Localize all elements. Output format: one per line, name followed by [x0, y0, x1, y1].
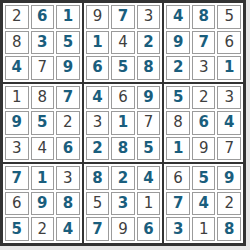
box-7: 713698524: [2, 163, 83, 244]
cell-r1c1[interactable]: 2: [5, 5, 29, 29]
cell-r5c5[interactable]: 1: [111, 111, 135, 135]
cell-r9c1[interactable]: 5: [5, 217, 29, 241]
cell-r2c6[interactable]: 2: [137, 31, 161, 55]
cell-r8c6[interactable]: 1: [137, 192, 161, 216]
cell-r9c6[interactable]: 6: [137, 217, 161, 241]
cell-r3c4[interactable]: 6: [86, 56, 110, 80]
cell-r4c3[interactable]: 7: [56, 86, 80, 110]
cell-r9c3[interactable]: 4: [56, 217, 80, 241]
cell-r9c5[interactable]: 9: [111, 217, 135, 241]
box-4: 187952346: [2, 83, 83, 164]
cell-r2c9[interactable]: 6: [217, 31, 241, 55]
cell-r7c9[interactable]: 9: [217, 166, 241, 190]
cell-r5c4[interactable]: 3: [86, 111, 110, 135]
cell-r3c2[interactable]: 7: [31, 56, 55, 80]
cell-r1c3[interactable]: 1: [56, 5, 80, 29]
cell-r7c5[interactable]: 2: [111, 166, 135, 190]
cell-r1c8[interactable]: 8: [192, 5, 216, 29]
cell-r1c9[interactable]: 5: [217, 5, 241, 29]
cell-r7c1[interactable]: 7: [5, 166, 29, 190]
cell-r4c6[interactable]: 9: [137, 86, 161, 110]
cell-r2c7[interactable]: 9: [166, 31, 190, 55]
cell-r6c2[interactable]: 4: [31, 137, 55, 161]
box-9: 659742318: [163, 163, 244, 244]
cell-r6c4[interactable]: 2: [86, 137, 110, 161]
cell-r7c4[interactable]: 8: [86, 166, 110, 190]
cell-r6c9[interactable]: 7: [217, 137, 241, 161]
cell-r5c2[interactable]: 5: [31, 111, 55, 135]
cell-r9c2[interactable]: 2: [31, 217, 55, 241]
cell-r6c6[interactable]: 5: [137, 137, 161, 161]
cell-r3c6[interactable]: 8: [137, 56, 161, 80]
box-3: 485976231: [163, 2, 244, 83]
cell-r1c6[interactable]: 3: [137, 5, 161, 29]
cell-r3c3[interactable]: 9: [56, 56, 80, 80]
cell-r2c4[interactable]: 1: [86, 31, 110, 55]
cell-r9c9[interactable]: 8: [217, 217, 241, 241]
cell-r3c1[interactable]: 4: [5, 56, 29, 80]
cell-r1c5[interactable]: 7: [111, 5, 135, 29]
cell-r4c4[interactable]: 4: [86, 86, 110, 110]
cell-r5c8[interactable]: 6: [192, 111, 216, 135]
cell-r5c9[interactable]: 4: [217, 111, 241, 135]
cell-r8c2[interactable]: 9: [31, 192, 55, 216]
cell-r8c3[interactable]: 8: [56, 192, 80, 216]
cell-r5c1[interactable]: 9: [5, 111, 29, 135]
cell-r4c2[interactable]: 8: [31, 86, 55, 110]
cell-r1c7[interactable]: 4: [166, 5, 190, 29]
cell-r8c1[interactable]: 6: [5, 192, 29, 216]
box-5: 469317285: [83, 83, 164, 164]
cell-r8c8[interactable]: 4: [192, 192, 216, 216]
cell-r4c7[interactable]: 5: [166, 86, 190, 110]
cell-r5c6[interactable]: 7: [137, 111, 161, 135]
cell-r2c8[interactable]: 7: [192, 31, 216, 55]
cell-r2c2[interactable]: 3: [31, 31, 55, 55]
cell-r8c9[interactable]: 2: [217, 192, 241, 216]
cell-r2c5[interactable]: 4: [111, 31, 135, 55]
cell-r8c7[interactable]: 7: [166, 192, 190, 216]
cell-r7c3[interactable]: 3: [56, 166, 80, 190]
cell-r8c4[interactable]: 5: [86, 192, 110, 216]
cell-r3c5[interactable]: 5: [111, 56, 135, 80]
cell-r4c5[interactable]: 6: [111, 86, 135, 110]
cell-r3c7[interactable]: 2: [166, 56, 190, 80]
cell-r5c3[interactable]: 2: [56, 111, 80, 135]
box-2: 973142658: [83, 2, 164, 83]
cell-r9c4[interactable]: 7: [86, 217, 110, 241]
cell-r6c7[interactable]: 1: [166, 137, 190, 161]
cell-r1c2[interactable]: 6: [31, 5, 55, 29]
cell-r6c1[interactable]: 3: [5, 137, 29, 161]
cell-r6c5[interactable]: 8: [111, 137, 135, 161]
cell-r6c8[interactable]: 9: [192, 137, 216, 161]
cell-r8c5[interactable]: 3: [111, 192, 135, 216]
cell-r7c7[interactable]: 6: [166, 166, 190, 190]
cell-r4c1[interactable]: 1: [5, 86, 29, 110]
cell-r3c8[interactable]: 3: [192, 56, 216, 80]
cell-r7c8[interactable]: 5: [192, 166, 216, 190]
cell-r2c3[interactable]: 5: [56, 31, 80, 55]
cell-r7c6[interactable]: 4: [137, 166, 161, 190]
cell-r2c1[interactable]: 8: [5, 31, 29, 55]
cell-r1c4[interactable]: 9: [86, 5, 110, 29]
sudoku-board: 2618354799731426584859762311879523464693…: [0, 0, 246, 246]
box-1: 261835479: [2, 2, 83, 83]
cell-r3c9[interactable]: 1: [217, 56, 241, 80]
box-8: 824531796: [83, 163, 164, 244]
cell-r6c3[interactable]: 6: [56, 137, 80, 161]
cell-r7c2[interactable]: 1: [31, 166, 55, 190]
box-6: 523864197: [163, 83, 244, 164]
cell-r4c8[interactable]: 2: [192, 86, 216, 110]
cell-r5c7[interactable]: 8: [166, 111, 190, 135]
cell-r9c7[interactable]: 3: [166, 217, 190, 241]
cell-r9c8[interactable]: 1: [192, 217, 216, 241]
cell-r4c9[interactable]: 3: [217, 86, 241, 110]
